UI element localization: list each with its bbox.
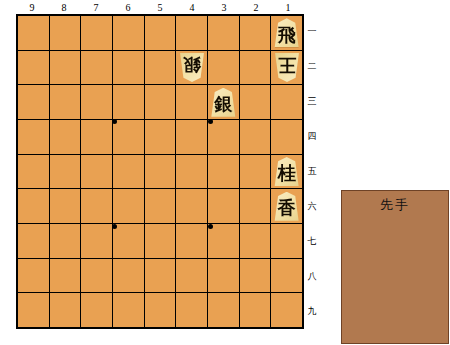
board-cell[interactable] (208, 51, 239, 85)
board-cell[interactable] (81, 120, 112, 154)
board-cell[interactable] (81, 16, 112, 50)
board-cell[interactable] (18, 16, 49, 50)
board-cell[interactable] (176, 16, 207, 50)
board-cell[interactable] (176, 293, 207, 327)
board-cell[interactable]: 飛 (271, 16, 302, 50)
file-label: 9 (16, 0, 48, 14)
board-cell[interactable] (81, 259, 112, 293)
board-cell[interactable] (18, 293, 49, 327)
board-cell[interactable] (50, 85, 81, 119)
board-cell[interactable] (145, 259, 176, 293)
board-cell[interactable] (271, 259, 302, 293)
board-cell[interactable] (240, 51, 271, 85)
board-cell[interactable] (208, 155, 239, 189)
rank-label: 九 (305, 294, 319, 329)
board-cell[interactable] (176, 155, 207, 189)
board-cell[interactable] (18, 120, 49, 154)
board-cell[interactable] (113, 293, 144, 327)
board-cell[interactable] (145, 16, 176, 50)
board-cell[interactable] (208, 224, 239, 258)
board-cell[interactable] (208, 189, 239, 223)
rank-label: 八 (305, 259, 319, 294)
board-cell[interactable] (176, 259, 207, 293)
rank-label: 二 (305, 49, 319, 84)
board-cell[interactable] (145, 224, 176, 258)
board-cell[interactable] (113, 189, 144, 223)
board-cell[interactable] (50, 120, 81, 154)
board-cell[interactable] (81, 224, 112, 258)
board-cell[interactable]: 桂 (271, 155, 302, 189)
board-cell[interactable] (50, 293, 81, 327)
board-cell[interactable] (81, 155, 112, 189)
hoshi-dot (208, 119, 213, 124)
board-cell[interactable] (271, 293, 302, 327)
file-label: 4 (176, 0, 208, 14)
board-cell[interactable] (208, 16, 239, 50)
sente-komadai[interactable]: 先手 (341, 190, 449, 344)
sente-rook-piece[interactable]: 飛 (274, 18, 300, 47)
board-cell[interactable] (145, 189, 176, 223)
rank-label: 三 (305, 84, 319, 119)
board-cell[interactable] (50, 224, 81, 258)
gote-king-piece[interactable]: 王 (274, 53, 300, 82)
rank-label: 六 (305, 189, 319, 224)
board-cell[interactable] (81, 189, 112, 223)
board-cell[interactable] (176, 189, 207, 223)
board-cell[interactable] (208, 293, 239, 327)
board-cell[interactable] (240, 189, 271, 223)
board-cell[interactable] (240, 155, 271, 189)
board-cell[interactable] (145, 51, 176, 85)
board-cell[interactable]: 王 (271, 51, 302, 85)
board-cell[interactable] (208, 120, 239, 154)
board-cell[interactable] (176, 120, 207, 154)
hoshi-dot (112, 224, 117, 229)
file-label: 6 (112, 0, 144, 14)
board-cell[interactable] (50, 189, 81, 223)
board-cell[interactable] (271, 224, 302, 258)
file-labels: 987654321 (16, 0, 304, 14)
board-cell[interactable]: 銀 (176, 51, 207, 85)
board-cell[interactable] (145, 120, 176, 154)
komadai-label: 先手 (342, 196, 448, 214)
sente-silver-piece[interactable]: 銀 (210, 88, 236, 117)
gote-silver-piece[interactable]: 銀 (179, 53, 205, 82)
board-cell[interactable] (18, 259, 49, 293)
board-cell[interactable] (145, 85, 176, 119)
board-cell[interactable] (240, 224, 271, 258)
board-cell[interactable] (50, 16, 81, 50)
hoshi-dot (112, 119, 117, 124)
file-label: 8 (48, 0, 80, 14)
board-cell[interactable] (81, 293, 112, 327)
board-cell[interactable] (271, 120, 302, 154)
board-cell[interactable] (81, 85, 112, 119)
board-cell[interactable] (145, 155, 176, 189)
board-cell[interactable] (18, 51, 49, 85)
board-cell[interactable] (240, 259, 271, 293)
board-cell[interactable] (176, 224, 207, 258)
board-cell[interactable] (240, 85, 271, 119)
file-label: 5 (144, 0, 176, 14)
board-cell[interactable]: 銀 (208, 85, 239, 119)
rank-label: 五 (305, 154, 319, 189)
board-cell[interactable] (18, 189, 49, 223)
file-label: 2 (240, 0, 272, 14)
board-cell[interactable] (50, 51, 81, 85)
sente-lance-piece[interactable]: 香 (274, 192, 300, 221)
board-cell[interactable] (81, 51, 112, 85)
board-cell[interactable] (50, 155, 81, 189)
board-cell[interactable] (113, 120, 144, 154)
rank-label: 四 (305, 119, 319, 154)
sente-knight-piece[interactable]: 桂 (274, 157, 300, 186)
board-cell[interactable] (113, 51, 144, 85)
board-cell[interactable] (113, 224, 144, 258)
board-cell[interactable] (113, 85, 144, 119)
shogi-board: 飛銀王銀桂香 (16, 14, 304, 329)
board-cell[interactable] (240, 16, 271, 50)
board-cell[interactable]: 香 (271, 189, 302, 223)
board-cell[interactable] (113, 155, 144, 189)
hoshi-dot (208, 224, 213, 229)
board-cell[interactable] (240, 293, 271, 327)
file-label: 1 (272, 0, 304, 14)
board-cell[interactable] (271, 85, 302, 119)
board-cell[interactable] (18, 155, 49, 189)
rank-label: 七 (305, 224, 319, 259)
file-label: 7 (80, 0, 112, 14)
board-cell[interactable] (208, 259, 239, 293)
board-cell[interactable] (240, 120, 271, 154)
shogi-diagram: 987654321 飛銀王銀桂香 一二三四五六七八九 先手 (0, 0, 450, 345)
board-cell[interactable] (176, 85, 207, 119)
board-cell[interactable] (18, 224, 49, 258)
rank-labels: 一二三四五六七八九 (305, 14, 319, 329)
board-cell[interactable] (50, 259, 81, 293)
file-label: 3 (208, 0, 240, 14)
board-cell[interactable] (18, 85, 49, 119)
rank-label: 一 (305, 14, 319, 49)
board-cell[interactable] (145, 293, 176, 327)
board-cell[interactable] (113, 16, 144, 50)
board-cell[interactable] (113, 259, 144, 293)
